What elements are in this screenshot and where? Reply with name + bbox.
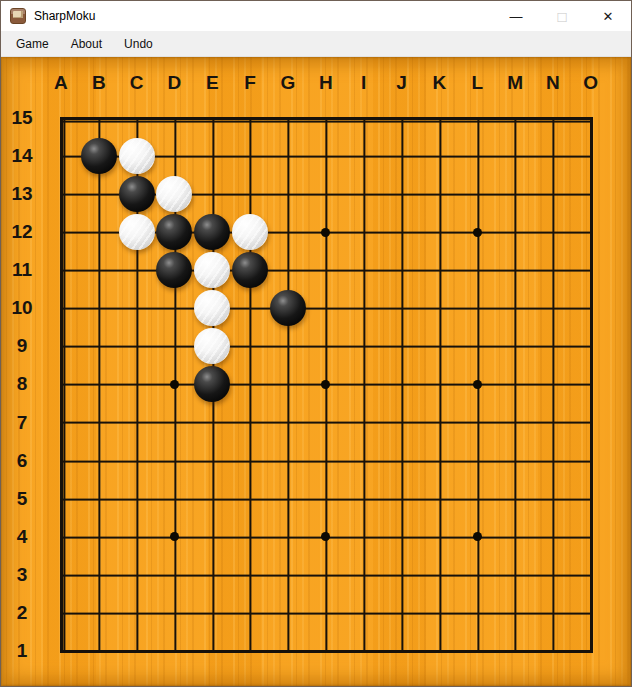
star-point-H8 [321, 380, 330, 389]
app-icon [10, 8, 26, 24]
black-stone-E12 [194, 214, 230, 250]
white-stone-C12 [119, 214, 155, 250]
row-label-2: 2 [3, 594, 41, 632]
star-point-L8 [473, 380, 482, 389]
row-label-5: 5 [3, 480, 41, 518]
white-stone-C14 [119, 138, 155, 174]
col-label-I: I [345, 69, 383, 97]
black-stone-E8 [194, 366, 230, 402]
row-label-3: 3 [3, 556, 41, 594]
col-label-E: E [193, 69, 231, 97]
row-labels: 151413121110987654321 [3, 99, 41, 670]
board-grid[interactable] [42, 99, 610, 670]
col-label-D: D [156, 69, 194, 97]
menu-bar: Game About Undo [1, 31, 631, 57]
col-label-G: G [269, 69, 307, 97]
col-label-K: K [420, 69, 458, 97]
menu-game[interactable]: Game [5, 31, 60, 57]
col-label-J: J [383, 69, 421, 97]
column-labels: ABCDEFGHIJKLMNO [42, 69, 610, 97]
col-label-M: M [496, 69, 534, 97]
white-stone-E11 [194, 252, 230, 288]
row-label-7: 7 [3, 404, 41, 442]
black-stone-C13 [119, 176, 155, 212]
black-stone-D12 [156, 214, 192, 250]
white-stone-E9 [194, 328, 230, 364]
row-label-13: 13 [3, 175, 41, 213]
row-label-1: 1 [3, 632, 41, 670]
row-label-12: 12 [3, 213, 41, 251]
col-label-C: C [118, 69, 156, 97]
col-label-H: H [307, 69, 345, 97]
close-button[interactable]: ✕ [585, 1, 631, 31]
gomoku-board: ABCDEFGHIJKLMNO 151413121110987654321 [1, 57, 631, 686]
col-label-B: B [80, 69, 118, 97]
col-label-L: L [458, 69, 496, 97]
black-stone-D11 [156, 252, 192, 288]
row-label-10: 10 [3, 289, 41, 327]
window-title: SharpMoku [34, 9, 95, 23]
row-label-6: 6 [3, 442, 41, 480]
row-label-9: 9 [3, 327, 41, 365]
title-bar: SharpMoku — □ ✕ [1, 1, 631, 31]
menu-about[interactable]: About [60, 31, 113, 57]
white-stone-D13 [156, 176, 192, 212]
row-label-4: 4 [3, 518, 41, 556]
minimize-button[interactable]: — [493, 1, 539, 31]
star-point-D4 [170, 532, 179, 541]
star-point-L4 [473, 532, 482, 541]
row-label-15: 15 [3, 99, 41, 137]
black-stone-B14 [81, 138, 117, 174]
col-label-O: O [572, 69, 610, 97]
star-point-L12 [473, 228, 482, 237]
black-stone-G10 [270, 290, 306, 326]
black-stone-F11 [232, 252, 268, 288]
white-stone-F12 [232, 214, 268, 250]
col-label-F: F [231, 69, 269, 97]
col-label-A: A [42, 69, 80, 97]
row-label-11: 11 [3, 251, 41, 289]
row-label-14: 14 [3, 137, 41, 175]
menu-undo[interactable]: Undo [113, 31, 164, 57]
app-window: SharpMoku — □ ✕ Game About Undo ABCDEFGH… [0, 0, 632, 687]
col-label-N: N [534, 69, 572, 97]
star-point-H12 [321, 228, 330, 237]
row-label-8: 8 [3, 365, 41, 403]
maximize-button: □ [539, 1, 585, 31]
star-point-H4 [321, 532, 330, 541]
star-point-D8 [170, 380, 179, 389]
white-stone-E10 [194, 290, 230, 326]
